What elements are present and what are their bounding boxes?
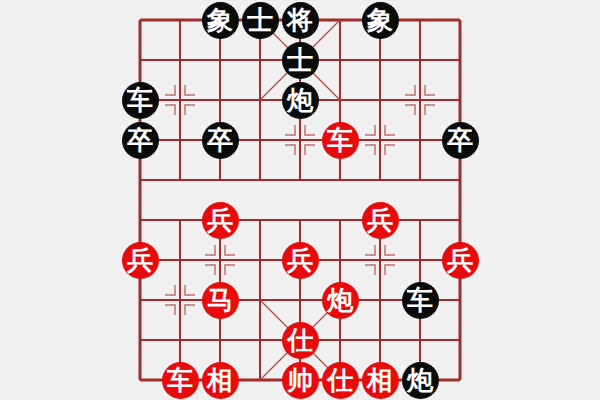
piece-red-soldier[interactable]: 兵 xyxy=(362,202,399,239)
piece-black-soldier[interactable]: 卒 xyxy=(122,122,159,159)
piece-red-advisor[interactable]: 仕 xyxy=(282,322,319,359)
piece-red-soldier[interactable]: 兵 xyxy=(442,242,479,279)
piece-red-elephant[interactable]: 相 xyxy=(202,362,239,399)
piece-black-advisor[interactable]: 士 xyxy=(282,42,319,79)
piece-red-soldier[interactable]: 兵 xyxy=(122,242,159,279)
piece-red-horse[interactable]: 马 xyxy=(202,282,239,319)
piece-black-cannon[interactable]: 炮 xyxy=(402,362,439,399)
xiangqi-board[interactable]: 象士将象士车炮卒卒车卒兵兵兵兵兵马炮车仕车相帅仕相炮 xyxy=(0,0,600,400)
piece-red-soldier[interactable]: 兵 xyxy=(282,242,319,279)
piece-black-advisor[interactable]: 士 xyxy=(242,2,279,39)
piece-black-general[interactable]: 将 xyxy=(282,2,319,39)
piece-black-chariot[interactable]: 车 xyxy=(402,282,439,319)
piece-black-chariot[interactable]: 车 xyxy=(122,82,159,119)
piece-red-general[interactable]: 帅 xyxy=(282,362,319,399)
piece-black-elephant[interactable]: 象 xyxy=(362,2,399,39)
piece-red-elephant[interactable]: 相 xyxy=(362,362,399,399)
piece-black-soldier[interactable]: 卒 xyxy=(442,122,479,159)
piece-black-elephant[interactable]: 象 xyxy=(202,2,239,39)
pieces-layer: 象士将象士车炮卒卒车卒兵兵兵兵兵马炮车仕车相帅仕相炮 xyxy=(0,0,600,400)
piece-red-soldier[interactable]: 兵 xyxy=(202,202,239,239)
piece-black-cannon[interactable]: 炮 xyxy=(282,82,319,119)
piece-red-advisor[interactable]: 仕 xyxy=(322,362,359,399)
piece-red-chariot[interactable]: 车 xyxy=(162,362,199,399)
piece-black-soldier[interactable]: 卒 xyxy=(202,122,239,159)
piece-red-cannon[interactable]: 炮 xyxy=(322,282,359,319)
piece-red-chariot[interactable]: 车 xyxy=(322,122,359,159)
